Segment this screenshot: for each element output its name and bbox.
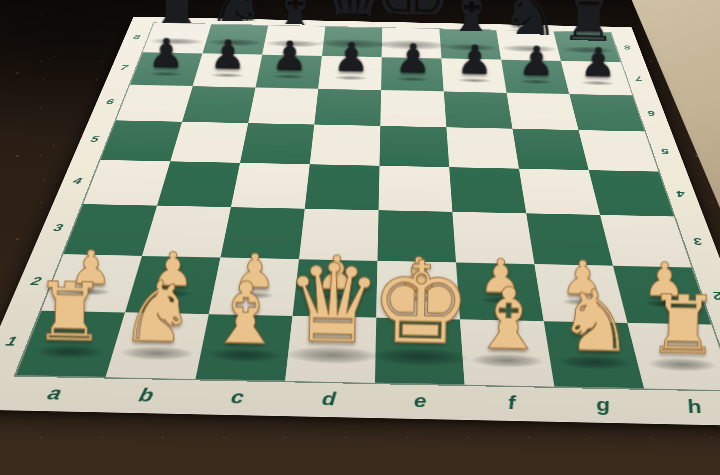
square-c7[interactable]: ♟	[256, 55, 322, 89]
photo: ♜♞♝♛♚♝♞♜♟♟♟♟♟♟♟♟♟♟♟♟♟♟♟♟♜♞♝♛♚♝♞♜ abcdefg…	[0, 0, 720, 475]
square-c1[interactable]: ♝	[195, 314, 292, 381]
square-f6[interactable]	[444, 91, 513, 128]
piece-black-pawn[interactable]: ♟	[518, 41, 555, 82]
square-f1[interactable]: ♝	[460, 319, 554, 386]
square-g5[interactable]	[512, 129, 588, 171]
piece-black-pawn[interactable]: ♟	[456, 40, 493, 81]
piece-white-bishop[interactable]: ♝	[206, 271, 284, 357]
square-b1[interactable]: ♞	[106, 312, 209, 379]
square-d1[interactable]: ♛	[285, 316, 376, 383]
piece-black-pawn[interactable]: ♟	[271, 36, 308, 77]
square-g7[interactable]: ♟	[501, 60, 569, 94]
square-a7[interactable]: ♟	[130, 52, 202, 86]
file-label-h: h	[644, 388, 720, 425]
square-b6[interactable]	[182, 86, 255, 123]
square-c5[interactable]	[240, 123, 314, 164]
square-e7[interactable]: ♟	[381, 57, 444, 91]
square-e1[interactable]: ♚	[375, 318, 465, 385]
square-b7[interactable]: ♟	[193, 54, 262, 88]
file-label-a: a	[2, 375, 105, 412]
piece-black-pawn[interactable]: ♟	[209, 34, 246, 75]
square-f4[interactable]	[449, 167, 526, 213]
piece-white-knight[interactable]: ♞	[557, 278, 635, 364]
piece-black-pawn[interactable]: ♟	[147, 33, 184, 74]
file-label-e: e	[374, 383, 467, 420]
square-g4[interactable]	[519, 169, 600, 215]
square-d6[interactable]	[314, 89, 381, 126]
file-label-f: f	[465, 385, 560, 422]
square-f7[interactable]: ♟	[442, 59, 507, 93]
piece-black-pawn[interactable]: ♟	[394, 38, 431, 79]
square-e4[interactable]	[379, 166, 453, 212]
board-scene: ♜♞♝♛♚♝♞♜♟♟♟♟♟♟♟♟♟♟♟♟♟♟♟♟♜♞♝♛♚♝♞♜ abcdefg…	[0, 0, 720, 475]
square-d5[interactable]	[310, 124, 381, 165]
piece-black-pawn[interactable]: ♟	[333, 37, 370, 78]
square-d4[interactable]	[305, 164, 380, 210]
file-label-b: b	[95, 377, 195, 414]
square-b5[interactable]	[170, 122, 248, 163]
square-b4[interactable]	[157, 161, 240, 207]
piece-white-knight[interactable]: ♞	[118, 269, 196, 355]
vinyl-chess-mat: ♜♞♝♛♚♝♞♜♟♟♟♟♟♟♟♟♟♟♟♟♟♟♟♟♜♞♝♛♚♝♞♜ abcdefg…	[0, 17, 720, 427]
piece-black-pawn[interactable]: ♟	[579, 42, 616, 83]
square-c4[interactable]	[231, 163, 310, 209]
square-h1[interactable]: ♜	[627, 323, 720, 390]
square-g1[interactable]: ♞	[544, 321, 644, 388]
square-d7[interactable]: ♟	[318, 56, 381, 90]
square-e5[interactable]	[379, 126, 449, 167]
file-label-g: g	[554, 386, 653, 423]
square-g6[interactable]	[507, 92, 579, 129]
piece-white-bishop[interactable]: ♝	[469, 276, 547, 362]
square-c6[interactable]	[248, 87, 318, 124]
piece-white-queen[interactable]: ♛	[283, 249, 382, 359]
file-label-d: d	[281, 381, 375, 418]
file-label-c: c	[188, 379, 285, 416]
piece-white-king[interactable]: ♚	[369, 246, 473, 361]
square-f5[interactable]	[446, 127, 519, 168]
square-e6[interactable]	[380, 90, 446, 127]
